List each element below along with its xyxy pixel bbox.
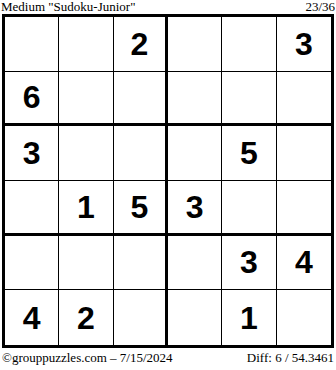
header: Medium "Sudoku-Junior" 23/36 xyxy=(0,0,336,14)
copyright-credit: ©grouppuzzles.com – 7/15/2024 xyxy=(2,351,173,365)
cell-r1c3[interactable]: 2 xyxy=(114,17,168,72)
cell-r5c1[interactable] xyxy=(5,236,59,291)
cell-r6c2[interactable]: 2 xyxy=(59,290,113,345)
cell-r6c1[interactable]: 4 xyxy=(5,290,59,345)
cell-r5c6[interactable]: 4 xyxy=(277,236,331,291)
cell-r2c4[interactable] xyxy=(168,72,222,127)
cell-r1c4[interactable] xyxy=(168,17,222,72)
cell-r5c3[interactable] xyxy=(114,236,168,291)
cell-r1c2[interactable] xyxy=(59,17,113,72)
cell-r3c1[interactable]: 3 xyxy=(5,126,59,181)
cell-r2c3[interactable] xyxy=(114,72,168,127)
cell-r5c5[interactable]: 3 xyxy=(222,236,276,291)
cell-r6c4[interactable] xyxy=(168,290,222,345)
cell-r6c5[interactable]: 1 xyxy=(222,290,276,345)
cell-r3c2[interactable] xyxy=(59,126,113,181)
cell-r3c3[interactable] xyxy=(114,126,168,181)
difficulty-rating: Diff: 6 / 54.3461 xyxy=(247,351,334,365)
cell-r2c1[interactable]: 6 xyxy=(5,72,59,127)
cell-r4c1[interactable] xyxy=(5,181,59,236)
cell-r3c5[interactable]: 5 xyxy=(222,126,276,181)
cell-r6c6[interactable] xyxy=(277,290,331,345)
cell-r1c5[interactable] xyxy=(222,17,276,72)
cell-r2c2[interactable] xyxy=(59,72,113,127)
footer: ©grouppuzzles.com – 7/15/2024 Diff: 6 / … xyxy=(0,351,336,365)
cell-r5c4[interactable] xyxy=(168,236,222,291)
cell-r1c6[interactable]: 3 xyxy=(277,17,331,72)
cell-r5c2[interactable] xyxy=(59,236,113,291)
cells-remaining-counter: 23/36 xyxy=(305,0,335,13)
cell-r4c3[interactable]: 5 xyxy=(114,181,168,236)
puzzle-page: Medium "Sudoku-Junior" 23/36 2 3 6 3 5 1… xyxy=(0,0,336,370)
cell-r1c1[interactable] xyxy=(5,17,59,72)
cell-r3c6[interactable] xyxy=(277,126,331,181)
cell-r4c2[interactable]: 1 xyxy=(59,181,113,236)
puzzle-title: Medium "Sudoku-Junior" xyxy=(1,0,135,13)
cell-r4c4[interactable]: 3 xyxy=(168,181,222,236)
cell-r6c3[interactable] xyxy=(114,290,168,345)
cell-r4c5[interactable] xyxy=(222,181,276,236)
cell-r2c6[interactable] xyxy=(277,72,331,127)
cell-r3c4[interactable] xyxy=(168,126,222,181)
cell-r2c5[interactable] xyxy=(222,72,276,127)
sudoku-grid: 2 3 6 3 5 1 5 3 3 4 4 2 1 xyxy=(2,14,334,348)
cell-r4c6[interactable] xyxy=(277,181,331,236)
